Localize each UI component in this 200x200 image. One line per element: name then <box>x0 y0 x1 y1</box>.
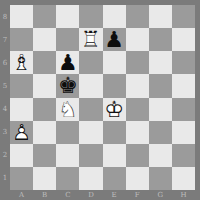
square-f7[interactable] <box>126 28 149 51</box>
rank-labels: 87654321 <box>0 5 10 190</box>
square-a4[interactable] <box>10 98 33 121</box>
square-f8[interactable] <box>126 5 149 28</box>
square-a8[interactable] <box>10 5 33 28</box>
rank-label-3: 3 <box>0 121 10 144</box>
square-d4[interactable] <box>79 98 102 121</box>
square-g1[interactable] <box>149 167 172 190</box>
chess-diagram: 87654321 ♜♖♟♝♗♟♚♞♘♚♔♟♙ ABCDEFGH <box>0 0 200 200</box>
piece-white-knight-fill: ♞ <box>56 98 79 121</box>
piece-white-king[interactable]: ♔ <box>103 98 126 121</box>
file-label-c: C <box>56 190 79 200</box>
file-label-d: D <box>79 190 102 200</box>
square-c7[interactable] <box>56 28 79 51</box>
square-d3[interactable] <box>79 121 102 144</box>
file-label-e: E <box>103 190 126 200</box>
square-a1[interactable] <box>10 167 33 190</box>
piece-white-rook[interactable]: ♖ <box>79 28 102 51</box>
square-g7[interactable] <box>149 28 172 51</box>
file-label-g: G <box>149 190 172 200</box>
square-a3[interactable]: ♟♙ <box>10 121 33 144</box>
piece-black-pawn[interactable]: ♟ <box>103 28 126 51</box>
square-a5[interactable] <box>10 74 33 97</box>
square-g4[interactable] <box>149 98 172 121</box>
square-b6[interactable] <box>33 51 56 74</box>
square-h7[interactable] <box>172 28 195 51</box>
rank-label-6: 6 <box>0 51 10 74</box>
board: ♜♖♟♝♗♟♚♞♘♚♔♟♙ <box>10 5 195 190</box>
rank-label-7: 7 <box>0 28 10 51</box>
square-d8[interactable] <box>79 5 102 28</box>
square-c4[interactable]: ♞♘ <box>56 98 79 121</box>
piece-white-knight[interactable]: ♘ <box>56 98 79 121</box>
square-d6[interactable] <box>79 51 102 74</box>
square-e6[interactable] <box>103 51 126 74</box>
square-f3[interactable] <box>126 121 149 144</box>
piece-black-pawn[interactable]: ♟ <box>56 51 79 74</box>
rank-label-4: 4 <box>0 98 10 121</box>
piece-white-pawn-fill: ♟ <box>10 121 33 144</box>
square-e2[interactable] <box>103 144 126 167</box>
square-h2[interactable] <box>172 144 195 167</box>
square-e8[interactable] <box>103 5 126 28</box>
square-b2[interactable] <box>33 144 56 167</box>
square-a2[interactable] <box>10 144 33 167</box>
square-a6[interactable]: ♝♗ <box>10 51 33 74</box>
file-label-f: F <box>126 190 149 200</box>
square-b7[interactable] <box>33 28 56 51</box>
file-label-a: A <box>10 190 33 200</box>
rank-label-5: 5 <box>0 74 10 97</box>
square-c8[interactable] <box>56 5 79 28</box>
piece-black-king[interactable]: ♚ <box>56 74 79 97</box>
file-labels: ABCDEFGH <box>10 190 195 200</box>
square-b3[interactable] <box>33 121 56 144</box>
square-e4[interactable]: ♚♔ <box>103 98 126 121</box>
file-label-h: H <box>172 190 195 200</box>
square-d2[interactable] <box>79 144 102 167</box>
square-d5[interactable] <box>79 74 102 97</box>
square-c1[interactable] <box>56 167 79 190</box>
square-e7[interactable]: ♟ <box>103 28 126 51</box>
square-e1[interactable] <box>103 167 126 190</box>
square-c2[interactable] <box>56 144 79 167</box>
piece-white-king-fill: ♚ <box>103 98 126 121</box>
piece-white-bishop-fill: ♝ <box>10 51 33 74</box>
file-label-b: B <box>33 190 56 200</box>
piece-white-pawn[interactable]: ♙ <box>10 121 33 144</box>
rank-label-1: 1 <box>0 167 10 190</box>
square-f5[interactable] <box>126 74 149 97</box>
rank-label-8: 8 <box>0 5 10 28</box>
square-c3[interactable] <box>56 121 79 144</box>
square-g3[interactable] <box>149 121 172 144</box>
square-e3[interactable] <box>103 121 126 144</box>
square-c5[interactable]: ♚ <box>56 74 79 97</box>
square-g8[interactable] <box>149 5 172 28</box>
square-b1[interactable] <box>33 167 56 190</box>
square-d1[interactable] <box>79 167 102 190</box>
square-h3[interactable] <box>172 121 195 144</box>
square-h6[interactable] <box>172 51 195 74</box>
square-g2[interactable] <box>149 144 172 167</box>
square-b4[interactable] <box>33 98 56 121</box>
square-e5[interactable] <box>103 74 126 97</box>
square-a7[interactable] <box>10 28 33 51</box>
square-g5[interactable] <box>149 74 172 97</box>
square-h5[interactable] <box>172 74 195 97</box>
square-f1[interactable] <box>126 167 149 190</box>
piece-white-rook-fill: ♜ <box>79 28 102 51</box>
rank-label-2: 2 <box>0 144 10 167</box>
square-f4[interactable] <box>126 98 149 121</box>
square-f6[interactable] <box>126 51 149 74</box>
square-h4[interactable] <box>172 98 195 121</box>
square-f2[interactable] <box>126 144 149 167</box>
piece-white-bishop[interactable]: ♗ <box>10 51 33 74</box>
square-b5[interactable] <box>33 74 56 97</box>
square-h1[interactable] <box>172 167 195 190</box>
square-h8[interactable] <box>172 5 195 28</box>
square-d7[interactable]: ♜♖ <box>79 28 102 51</box>
square-b8[interactable] <box>33 5 56 28</box>
square-c6[interactable]: ♟ <box>56 51 79 74</box>
square-g6[interactable] <box>149 51 172 74</box>
